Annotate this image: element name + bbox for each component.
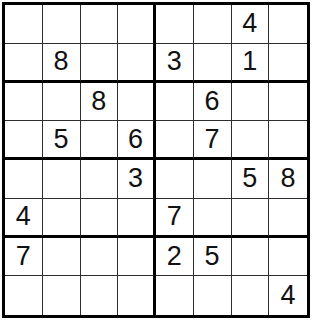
cell-r3c4[interactable] (118, 83, 156, 122)
cell-r5c6[interactable] (194, 160, 232, 199)
cell-r3c3[interactable]: 8 (81, 83, 119, 122)
cell-r3c6[interactable]: 6 (194, 83, 232, 122)
cell-r4c4[interactable]: 6 (118, 121, 156, 160)
cell-r7c6[interactable]: 5 (194, 238, 232, 277)
cell-r3c8[interactable] (269, 83, 307, 122)
cell-r7c7[interactable] (232, 238, 270, 277)
cell-r3c5[interactable] (156, 83, 194, 122)
cell-r4c3[interactable] (81, 121, 119, 160)
cell-r1c1[interactable] (5, 5, 43, 44)
cell-r8c2[interactable] (43, 276, 81, 315)
cell-r2c5[interactable]: 3 (156, 44, 194, 83)
cell-r8c5[interactable] (156, 276, 194, 315)
cell-r2c4[interactable] (118, 44, 156, 83)
cell-r5c8[interactable]: 8 (269, 160, 307, 199)
cell-r8c4[interactable] (118, 276, 156, 315)
cell-r5c7[interactable]: 5 (232, 160, 270, 199)
cell-r6c7[interactable] (232, 199, 270, 238)
cell-r6c4[interactable] (118, 199, 156, 238)
cell-r7c4[interactable] (118, 238, 156, 277)
cell-r4c7[interactable] (232, 121, 270, 160)
cell-r8c6[interactable] (194, 276, 232, 315)
cell-r4c5[interactable] (156, 121, 194, 160)
cell-r5c2[interactable] (43, 160, 81, 199)
cell-r6c2[interactable] (43, 199, 81, 238)
cell-r4c2[interactable]: 5 (43, 121, 81, 160)
cell-r7c2[interactable] (43, 238, 81, 277)
cell-r8c8[interactable]: 4 (269, 276, 307, 315)
cell-r4c8[interactable] (269, 121, 307, 160)
cell-r5c3[interactable] (81, 160, 119, 199)
cell-r4c6[interactable]: 7 (194, 121, 232, 160)
cell-r5c4[interactable]: 3 (118, 160, 156, 199)
cell-r3c1[interactable] (5, 83, 43, 122)
cell-r1c5[interactable] (156, 5, 194, 44)
cell-r2c1[interactable] (5, 44, 43, 83)
cell-r6c3[interactable] (81, 199, 119, 238)
cell-r1c8[interactable] (269, 5, 307, 44)
sudoku-board: 483186567358477254 (2, 2, 310, 318)
cell-r3c7[interactable] (232, 83, 270, 122)
cell-r4c1[interactable] (5, 121, 43, 160)
cell-r2c7[interactable]: 1 (232, 44, 270, 83)
cell-r3c2[interactable] (43, 83, 81, 122)
cell-r1c4[interactable] (118, 5, 156, 44)
cell-r1c3[interactable] (81, 5, 119, 44)
cell-r5c1[interactable] (5, 160, 43, 199)
cell-r8c3[interactable] (81, 276, 119, 315)
cell-r7c8[interactable] (269, 238, 307, 277)
cell-r7c1[interactable]: 7 (5, 238, 43, 277)
cell-r8c7[interactable] (232, 276, 270, 315)
cell-r6c8[interactable] (269, 199, 307, 238)
cell-r1c6[interactable] (194, 5, 232, 44)
cell-r7c5[interactable]: 2 (156, 238, 194, 277)
cell-r8c1[interactable] (5, 276, 43, 315)
cell-r5c5[interactable] (156, 160, 194, 199)
cell-r6c6[interactable] (194, 199, 232, 238)
cell-r2c6[interactable] (194, 44, 232, 83)
cell-r6c1[interactable]: 4 (5, 199, 43, 238)
cell-r2c2[interactable]: 8 (43, 44, 81, 83)
cell-r2c8[interactable] (269, 44, 307, 83)
cell-r2c3[interactable] (81, 44, 119, 83)
cell-r6c5[interactable]: 7 (156, 199, 194, 238)
cell-r7c3[interactable] (81, 238, 119, 277)
cell-r1c7[interactable]: 4 (232, 5, 270, 44)
cell-r1c2[interactable] (43, 5, 81, 44)
